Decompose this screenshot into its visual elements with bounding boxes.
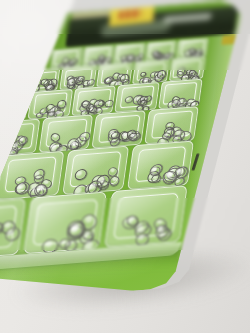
compartment-cell xyxy=(23,68,60,93)
compartment-cell xyxy=(91,110,146,148)
compartment-cell xyxy=(104,185,188,248)
compartment-cell xyxy=(144,106,199,144)
metal-split-ring xyxy=(13,104,23,112)
metal-split-ring xyxy=(0,113,5,121)
compartment-cell xyxy=(0,151,64,200)
metal-split-ring xyxy=(0,141,8,151)
compartment-cell xyxy=(127,140,194,189)
metal-split-ring xyxy=(0,111,2,119)
compartment-cell xyxy=(132,59,169,84)
compartment-cell xyxy=(62,146,129,195)
compartment-cell xyxy=(96,62,133,87)
compartment-cell xyxy=(0,92,30,123)
metal-split-ring xyxy=(3,108,11,117)
compartment-cell xyxy=(158,79,203,110)
metal-split-ring xyxy=(104,100,114,108)
compartment-cell xyxy=(71,85,116,116)
compartment-cell xyxy=(39,114,94,152)
metal-split-ring xyxy=(12,113,20,121)
metal-split-ring xyxy=(0,109,3,120)
compartment-cell xyxy=(0,118,40,156)
metal-split-ring xyxy=(12,114,23,123)
compartment-cell xyxy=(60,65,97,90)
photo-scene xyxy=(0,0,250,333)
compartment-cell xyxy=(114,82,159,113)
metal-split-ring xyxy=(12,112,24,122)
metal-split-ring xyxy=(127,132,138,141)
compartment-cell xyxy=(169,56,206,81)
metal-split-ring xyxy=(0,141,7,153)
compartment-cell xyxy=(28,89,73,120)
metal-split-ring xyxy=(79,131,90,142)
compartment-lid xyxy=(0,96,25,119)
compartment-cell xyxy=(23,191,107,254)
compartment-cell xyxy=(0,198,26,261)
metal-split-ring xyxy=(6,104,15,111)
